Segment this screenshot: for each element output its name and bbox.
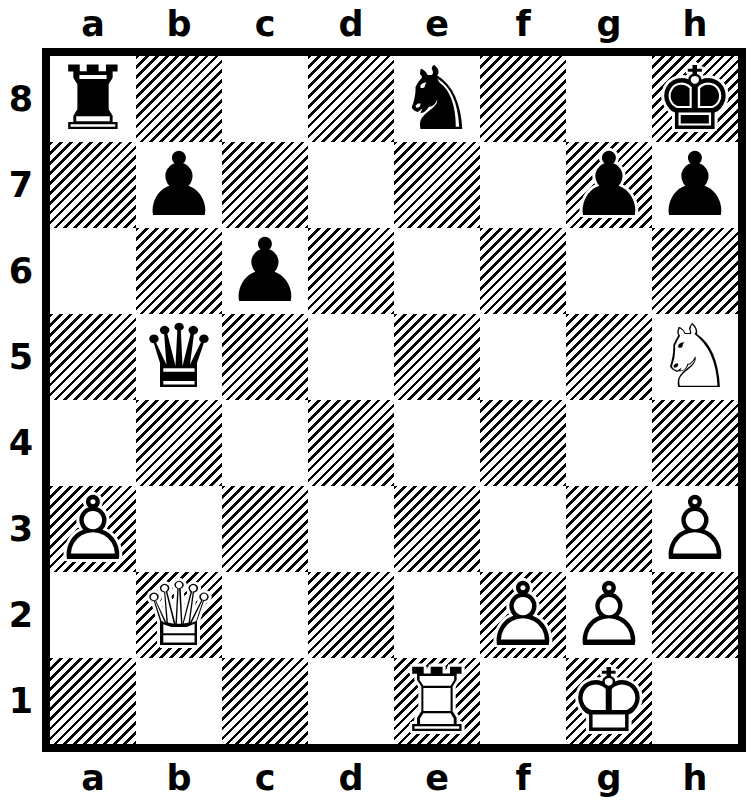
piece-outline: ♙	[50, 486, 136, 572]
piece-fill: ♟	[566, 142, 652, 228]
board: ♜♞♚♟♟♟♟♛♞♘♟♙♟♙♛♕♟♙♟♙♜♖♚♔	[42, 48, 746, 752]
file-label-bottom-c: c	[222, 761, 308, 796]
square-e6	[394, 228, 480, 314]
piece-outline: ♕	[136, 572, 222, 658]
square-g5	[566, 314, 652, 400]
square-d3	[308, 486, 394, 572]
white-pawn-icon: ♟♙	[652, 486, 738, 572]
piece-fill: ♟	[136, 142, 222, 228]
square-h6	[652, 228, 738, 314]
square-e8: ♞	[394, 56, 480, 142]
black-pawn-icon: ♟	[136, 142, 222, 228]
square-f1	[480, 658, 566, 744]
square-a6	[50, 228, 136, 314]
white-pawn-icon: ♟♙	[480, 572, 566, 658]
piece-outline: ♙	[652, 486, 738, 572]
square-c1	[222, 658, 308, 744]
black-pawn-icon: ♟	[566, 142, 652, 228]
piece-outline: ♖	[394, 658, 480, 744]
file-label-top-g: g	[566, 7, 652, 42]
file-label-bottom-d: d	[308, 761, 394, 796]
square-g1: ♚♔	[566, 658, 652, 744]
square-b1	[136, 658, 222, 744]
white-rook-icon: ♜♖	[394, 658, 480, 744]
square-b6	[136, 228, 222, 314]
square-a1	[50, 658, 136, 744]
square-a8: ♜	[50, 56, 136, 142]
square-d2	[308, 572, 394, 658]
rank-label-3: 3	[0, 512, 42, 547]
piece-fill: ♟	[652, 142, 738, 228]
file-label-top-e: e	[394, 7, 480, 42]
black-queen-icon: ♛	[136, 314, 222, 400]
black-knight-icon: ♞	[394, 56, 480, 142]
file-label-bottom-b: b	[136, 761, 222, 796]
piece-fill: ♜	[50, 56, 136, 142]
square-d8	[308, 56, 394, 142]
file-label-top-h: h	[652, 7, 738, 42]
square-d7	[308, 142, 394, 228]
square-f3	[480, 486, 566, 572]
square-b8	[136, 56, 222, 142]
file-label-top-c: c	[222, 7, 308, 42]
square-e7	[394, 142, 480, 228]
rank-label-5: 5	[0, 340, 42, 375]
rank-labels-left: 87654321	[0, 48, 42, 752]
rank-label-6: 6	[0, 254, 42, 289]
black-pawn-icon: ♟	[652, 142, 738, 228]
square-c4	[222, 400, 308, 486]
square-b5: ♛	[136, 314, 222, 400]
square-a3: ♟♙	[50, 486, 136, 572]
square-c8	[222, 56, 308, 142]
rank-label-2: 2	[0, 598, 42, 633]
file-label-bottom-g: g	[566, 761, 652, 796]
square-d1	[308, 658, 394, 744]
file-label-top-d: d	[308, 7, 394, 42]
square-e1: ♜♖	[394, 658, 480, 744]
square-h8: ♚	[652, 56, 738, 142]
square-c3	[222, 486, 308, 572]
square-e5	[394, 314, 480, 400]
square-a5	[50, 314, 136, 400]
piece-outline: ♙	[566, 572, 652, 658]
square-e3	[394, 486, 480, 572]
file-label-bottom-e: e	[394, 761, 480, 796]
square-b3	[136, 486, 222, 572]
white-pawn-icon: ♟♙	[50, 486, 136, 572]
square-g7: ♟	[566, 142, 652, 228]
square-b2: ♛♕	[136, 572, 222, 658]
square-g2: ♟♙	[566, 572, 652, 658]
square-f6	[480, 228, 566, 314]
square-b4	[136, 400, 222, 486]
square-d4	[308, 400, 394, 486]
square-f2: ♟♙	[480, 572, 566, 658]
square-c7	[222, 142, 308, 228]
piece-fill: ♛	[136, 314, 222, 400]
square-f5	[480, 314, 566, 400]
black-king-icon: ♚	[652, 56, 738, 142]
square-g4	[566, 400, 652, 486]
file-label-top-b: b	[136, 7, 222, 42]
square-a7	[50, 142, 136, 228]
square-c6: ♟	[222, 228, 308, 314]
square-a4	[50, 400, 136, 486]
piece-fill: ♟	[222, 228, 308, 314]
piece-fill: ♚	[652, 56, 738, 142]
white-knight-icon: ♞♘	[652, 314, 738, 400]
file-label-top-f: f	[480, 7, 566, 42]
white-queen-icon: ♛♕	[136, 572, 222, 658]
square-h3: ♟♙	[652, 486, 738, 572]
square-g6	[566, 228, 652, 314]
square-h7: ♟	[652, 142, 738, 228]
file-labels-top: abcdefgh	[50, 0, 753, 48]
file-label-bottom-a: a	[50, 761, 136, 796]
square-h1	[652, 658, 738, 744]
piece-outline: ♙	[480, 572, 566, 658]
file-label-bottom-f: f	[480, 761, 566, 796]
piece-outline: ♘	[652, 314, 738, 400]
square-a2	[50, 572, 136, 658]
square-c2	[222, 572, 308, 658]
white-king-icon: ♚♔	[566, 658, 652, 744]
file-labels-bottom: abcdefgh	[50, 752, 753, 805]
square-h2	[652, 572, 738, 658]
rank-label-7: 7	[0, 168, 42, 203]
square-c5	[222, 314, 308, 400]
piece-fill: ♞	[394, 56, 480, 142]
square-e4	[394, 400, 480, 486]
file-label-top-a: a	[50, 7, 136, 42]
rank-label-4: 4	[0, 426, 42, 461]
square-d6	[308, 228, 394, 314]
black-pawn-icon: ♟	[222, 228, 308, 314]
square-f4	[480, 400, 566, 486]
square-d5	[308, 314, 394, 400]
square-f8	[480, 56, 566, 142]
square-h5: ♞♘	[652, 314, 738, 400]
square-g8	[566, 56, 652, 142]
white-pawn-icon: ♟♙	[566, 572, 652, 658]
square-f7	[480, 142, 566, 228]
piece-outline: ♔	[566, 658, 652, 744]
rank-label-8: 8	[0, 82, 42, 117]
square-b7: ♟	[136, 142, 222, 228]
square-h4	[652, 400, 738, 486]
square-e2	[394, 572, 480, 658]
rank-label-1: 1	[0, 684, 42, 719]
black-rook-icon: ♜	[50, 56, 136, 142]
square-g3	[566, 486, 652, 572]
chess-diagram: abcdefgh 87654321 ♜♞♚♟♟♟♟♛♞♘♟♙♟♙♛♕♟♙♟♙♜♖…	[0, 0, 753, 805]
file-label-bottom-h: h	[652, 761, 738, 796]
